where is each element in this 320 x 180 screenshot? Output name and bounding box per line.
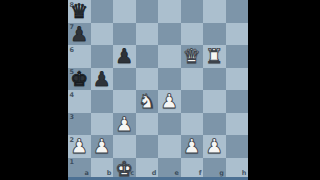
square-a3[interactable]: 3 xyxy=(68,113,91,136)
square-g4[interactable] xyxy=(203,90,226,113)
white-knight[interactable]: ♞ xyxy=(136,90,159,113)
black-pawn[interactable]: ♟ xyxy=(113,45,136,68)
left-letterbox-bar xyxy=(0,0,68,180)
square-e6[interactable] xyxy=(158,45,181,68)
square-b3[interactable] xyxy=(91,113,114,136)
square-f5[interactable] xyxy=(181,68,204,91)
square-c7[interactable] xyxy=(113,23,136,46)
file-label-g: g xyxy=(219,169,224,177)
file-label-e: e xyxy=(175,169,179,177)
white-pawn[interactable]: ♟ xyxy=(91,135,114,158)
square-b2[interactable]: ♟ xyxy=(91,135,114,158)
square-g2[interactable]: ♟ xyxy=(203,135,226,158)
rank-label-3: 3 xyxy=(70,113,75,121)
square-a2[interactable]: 2♟ xyxy=(68,135,91,158)
square-h4[interactable] xyxy=(226,90,249,113)
square-g6[interactable]: ♜ xyxy=(203,45,226,68)
white-pawn[interactable]: ♟ xyxy=(113,113,136,136)
square-f7[interactable] xyxy=(181,23,204,46)
square-e3[interactable] xyxy=(158,113,181,136)
square-b7[interactable] xyxy=(91,23,114,46)
white-queen[interactable]: ♛ xyxy=(181,45,204,68)
square-f3[interactable] xyxy=(181,113,204,136)
square-d2[interactable] xyxy=(136,135,159,158)
file-label-a: a xyxy=(85,169,89,177)
square-g3[interactable] xyxy=(203,113,226,136)
white-pawn[interactable]: ♟ xyxy=(203,135,226,158)
square-a5[interactable]: 5♚ xyxy=(68,68,91,91)
file-label-d: d xyxy=(152,169,157,177)
square-d3[interactable] xyxy=(136,113,159,136)
square-c2[interactable] xyxy=(113,135,136,158)
black-pawn[interactable]: ♟ xyxy=(68,23,91,46)
black-pawn[interactable]: ♟ xyxy=(91,68,114,91)
square-a7[interactable]: 7♟ xyxy=(68,23,91,46)
board-bottom-edge xyxy=(68,177,248,180)
square-b8[interactable] xyxy=(91,0,114,23)
square-c6[interactable]: ♟ xyxy=(113,45,136,68)
rank-label-6: 6 xyxy=(70,46,75,54)
file-label-h: h xyxy=(242,169,247,177)
square-f6[interactable]: ♛ xyxy=(181,45,204,68)
black-king[interactable]: ♚ xyxy=(68,68,91,91)
rank-label-4: 4 xyxy=(70,91,75,99)
square-d6[interactable] xyxy=(136,45,159,68)
square-e7[interactable] xyxy=(158,23,181,46)
square-d7[interactable] xyxy=(136,23,159,46)
square-f2[interactable]: ♟ xyxy=(181,135,204,158)
file-label-b: b xyxy=(107,169,112,177)
square-b6[interactable] xyxy=(91,45,114,68)
square-g5[interactable] xyxy=(203,68,226,91)
rank-label-1: 1 xyxy=(70,158,75,166)
square-e2[interactable] xyxy=(158,135,181,158)
square-h2[interactable] xyxy=(226,135,249,158)
white-rook[interactable]: ♜ xyxy=(203,45,226,68)
square-d8[interactable] xyxy=(136,0,159,23)
square-b5[interactable]: ♟ xyxy=(91,68,114,91)
square-c5[interactable] xyxy=(113,68,136,91)
square-b4[interactable] xyxy=(91,90,114,113)
square-c4[interactable] xyxy=(113,90,136,113)
square-f4[interactable] xyxy=(181,90,204,113)
chess-board[interactable]: 8♛7♟6♟♛♜5♚♟4♞♟3♟2♟♟♟♟1abc♚defgh xyxy=(68,0,248,180)
square-h6[interactable] xyxy=(226,45,249,68)
square-g8[interactable] xyxy=(203,0,226,23)
square-h8[interactable] xyxy=(226,0,249,23)
square-c3[interactable]: ♟ xyxy=(113,113,136,136)
square-d4[interactable]: ♞ xyxy=(136,90,159,113)
square-h5[interactable] xyxy=(226,68,249,91)
white-pawn[interactable]: ♟ xyxy=(181,135,204,158)
square-a6[interactable]: 6 xyxy=(68,45,91,68)
square-a8[interactable]: 8♛ xyxy=(68,0,91,23)
square-g7[interactable] xyxy=(203,23,226,46)
square-h3[interactable] xyxy=(226,113,249,136)
square-c8[interactable] xyxy=(113,0,136,23)
right-letterbox-bar xyxy=(248,0,320,180)
white-pawn[interactable]: ♟ xyxy=(68,135,91,158)
white-pawn[interactable]: ♟ xyxy=(158,90,181,113)
chess-diagram: 8♛7♟6♟♛♜5♚♟4♞♟3♟2♟♟♟♟1abc♚defgh xyxy=(0,0,320,180)
square-e5[interactable] xyxy=(158,68,181,91)
black-queen[interactable]: ♛ xyxy=(68,0,91,23)
square-e8[interactable] xyxy=(158,0,181,23)
square-h7[interactable] xyxy=(226,23,249,46)
square-a4[interactable]: 4 xyxy=(68,90,91,113)
square-f8[interactable] xyxy=(181,0,204,23)
file-label-f: f xyxy=(199,169,202,177)
square-d5[interactable] xyxy=(136,68,159,91)
square-e4[interactable]: ♟ xyxy=(158,90,181,113)
